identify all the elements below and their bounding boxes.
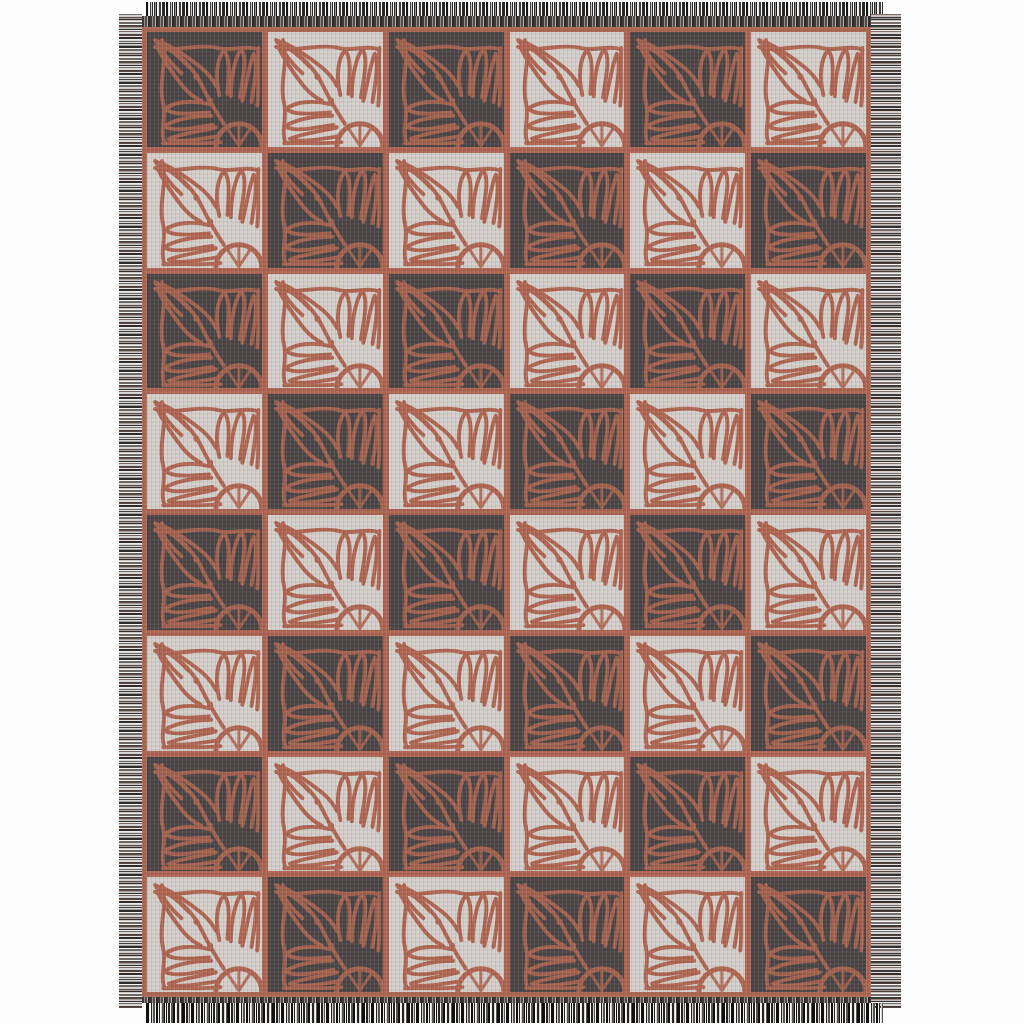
shell-fan-icon	[510, 877, 625, 992]
square-light	[630, 877, 745, 992]
shell-fan-icon	[147, 515, 262, 630]
fringe-left	[119, 14, 142, 1008]
shell-fan-icon	[389, 394, 504, 509]
square-dark	[268, 877, 383, 992]
shell-fan-icon	[510, 32, 625, 147]
shell-fan-icon	[630, 877, 745, 992]
shell-fan-icon	[268, 877, 383, 992]
woven-blanket	[142, 27, 871, 997]
square-dark	[389, 32, 504, 147]
shell-fan-icon	[268, 274, 383, 389]
square-dark	[630, 757, 745, 872]
square-dark	[510, 153, 625, 268]
product-photo	[0, 0, 1024, 1024]
shell-fan-icon	[630, 153, 745, 268]
square-light	[147, 636, 262, 751]
square-dark	[147, 515, 262, 630]
shell-fan-icon	[510, 274, 625, 389]
square-light	[389, 394, 504, 509]
shell-fan-icon	[510, 636, 625, 751]
square-dark	[147, 32, 262, 147]
fringe-top	[146, 2, 883, 16]
shell-fan-icon	[751, 877, 866, 992]
shell-fan-icon	[389, 877, 504, 992]
square-light	[751, 515, 866, 630]
shell-fan-icon	[510, 757, 625, 872]
square-dark	[510, 394, 625, 509]
shell-fan-icon	[751, 515, 866, 630]
square-dark	[389, 515, 504, 630]
shell-fan-icon	[147, 32, 262, 147]
square-dark	[751, 153, 866, 268]
shell-fan-icon	[147, 636, 262, 751]
square-light	[510, 32, 625, 147]
square-light	[389, 153, 504, 268]
shell-fan-icon	[389, 515, 504, 630]
shell-fan-icon	[147, 153, 262, 268]
square-light	[630, 153, 745, 268]
square-dark	[147, 757, 262, 872]
square-light	[268, 32, 383, 147]
shell-fan-icon	[751, 274, 866, 389]
shell-fan-icon	[268, 636, 383, 751]
shell-fan-icon	[751, 394, 866, 509]
shell-fan-icon	[630, 32, 745, 147]
shell-fan-icon	[630, 394, 745, 509]
square-dark	[630, 515, 745, 630]
shell-fan-icon	[268, 153, 383, 268]
square-dark	[268, 394, 383, 509]
shell-fan-icon	[147, 877, 262, 992]
shell-fan-icon	[751, 636, 866, 751]
square-light	[147, 394, 262, 509]
shell-fan-icon	[268, 515, 383, 630]
square-light	[751, 32, 866, 147]
shell-fan-icon	[389, 153, 504, 268]
square-light	[751, 757, 866, 872]
shell-fan-icon	[510, 394, 625, 509]
square-light	[268, 274, 383, 389]
shell-fan-icon	[389, 32, 504, 147]
fringe-right	[871, 14, 901, 1008]
fringe-bottom	[146, 1003, 883, 1023]
shell-fan-icon	[510, 153, 625, 268]
square-light	[510, 274, 625, 389]
square-dark	[751, 636, 866, 751]
square-dark	[510, 877, 625, 992]
square-dark	[751, 877, 866, 992]
square-light	[630, 394, 745, 509]
square-dark	[510, 636, 625, 751]
square-dark	[268, 153, 383, 268]
square-light	[510, 757, 625, 872]
square-dark	[147, 274, 262, 389]
square-light	[147, 877, 262, 992]
shell-fan-icon	[630, 274, 745, 389]
square-dark	[630, 274, 745, 389]
shell-fan-icon	[268, 757, 383, 872]
square-dark	[751, 394, 866, 509]
shell-fan-icon	[389, 274, 504, 389]
shell-fan-icon	[751, 757, 866, 872]
shell-fan-icon	[751, 32, 866, 147]
square-dark	[389, 757, 504, 872]
square-light	[268, 757, 383, 872]
shell-fan-icon	[147, 757, 262, 872]
square-light	[389, 636, 504, 751]
shell-fan-icon	[389, 757, 504, 872]
hem-top	[142, 16, 871, 27]
square-light	[630, 636, 745, 751]
square-dark	[389, 274, 504, 389]
checkerboard-grid	[147, 32, 866, 992]
shell-fan-icon	[389, 636, 504, 751]
shell-fan-icon	[630, 515, 745, 630]
shell-fan-icon	[147, 274, 262, 389]
shell-fan-icon	[630, 636, 745, 751]
square-light	[389, 877, 504, 992]
square-light	[751, 274, 866, 389]
shell-fan-icon	[751, 153, 866, 268]
shell-fan-icon	[147, 394, 262, 509]
shell-fan-icon	[510, 515, 625, 630]
square-dark	[630, 32, 745, 147]
square-light	[510, 515, 625, 630]
shell-fan-icon	[268, 394, 383, 509]
square-dark	[268, 636, 383, 751]
shell-fan-icon	[268, 32, 383, 147]
shell-fan-icon	[630, 757, 745, 872]
square-light	[147, 153, 262, 268]
square-light	[268, 515, 383, 630]
